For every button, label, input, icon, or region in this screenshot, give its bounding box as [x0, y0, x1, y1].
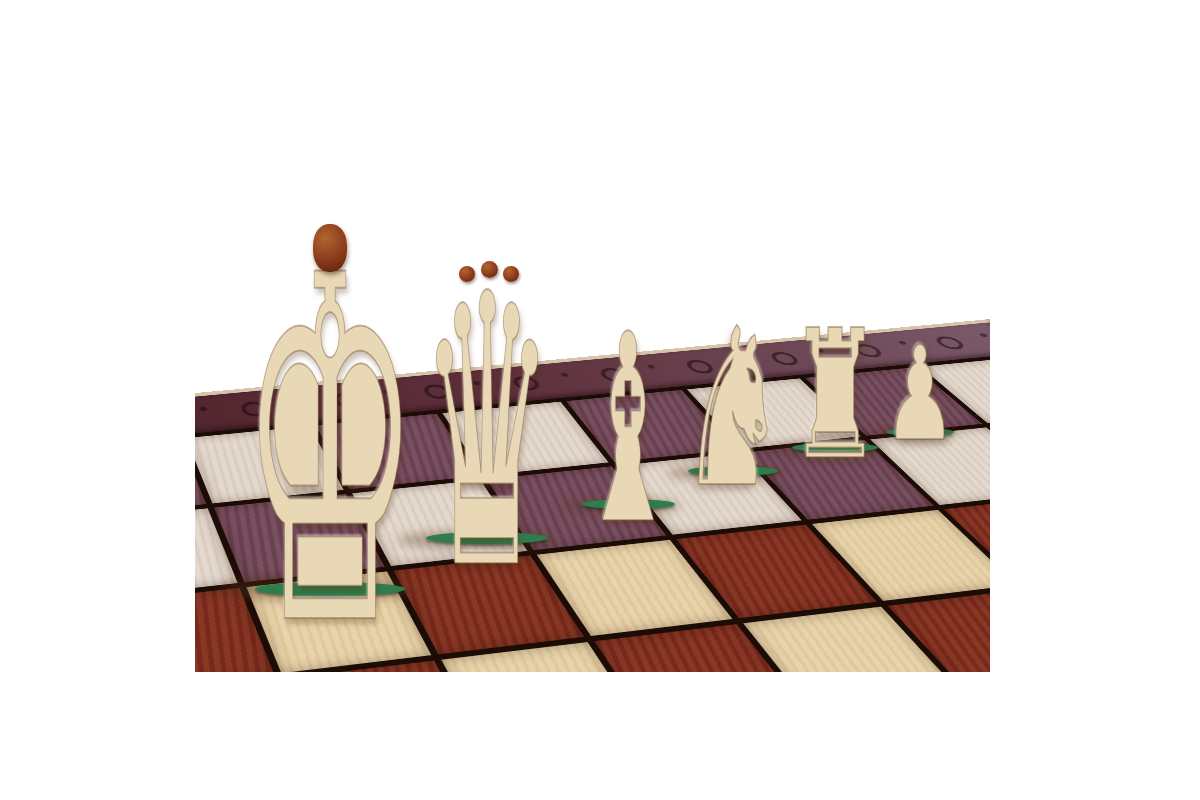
white-knight-glyph: ♞	[679, 300, 786, 518]
white-bishop-glyph: ♝	[579, 300, 677, 560]
queen-crown-ball	[481, 261, 498, 278]
white-king-glyph: ♚	[239, 222, 420, 672]
queen-crown-ball	[459, 266, 475, 282]
white-pawn-glyph: ♟	[884, 329, 956, 459]
king-finial	[313, 224, 347, 272]
queen-crown-ball	[503, 266, 519, 282]
white-rook-glyph: ♜	[789, 307, 882, 485]
white-queen-glyph: ♛	[420, 246, 554, 621]
product-photo: ♚ ♛ ♝ ♞ ♜ ♟	[195, 222, 990, 672]
